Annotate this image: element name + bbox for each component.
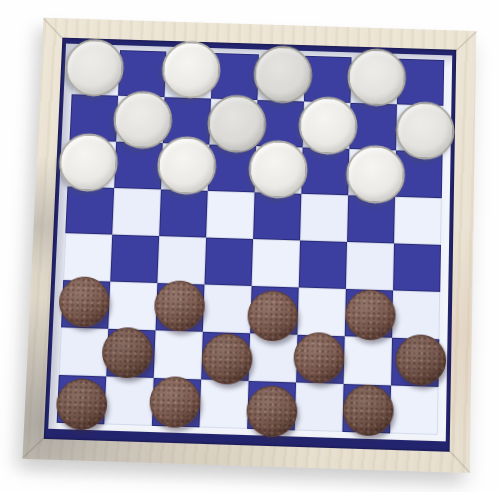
pieces-layer bbox=[57, 49, 445, 435]
checker-piece-white[interactable] bbox=[252, 45, 312, 104]
frame-miter-seam bbox=[43, 18, 63, 39]
checker-piece-brown[interactable] bbox=[245, 384, 297, 437]
checker-piece-white[interactable] bbox=[161, 40, 221, 99]
checker-piece-white[interactable] bbox=[206, 94, 266, 154]
frame-miter-seam bbox=[449, 451, 470, 473]
board-scene bbox=[22, 18, 476, 473]
product-photo bbox=[0, 0, 500, 492]
checker-piece-brown[interactable] bbox=[344, 288, 395, 340]
checker-piece-brown[interactable] bbox=[395, 333, 446, 385]
checker-piece-brown[interactable] bbox=[246, 289, 298, 341]
checker-piece-brown[interactable] bbox=[148, 375, 200, 428]
checker-piece-white[interactable] bbox=[247, 139, 307, 199]
checker-piece-brown[interactable] bbox=[201, 332, 253, 384]
checker-piece-white[interactable] bbox=[64, 38, 125, 97]
checker-piece-brown[interactable] bbox=[101, 326, 153, 378]
checker-piece-white[interactable] bbox=[298, 95, 358, 155]
checker-piece-brown[interactable] bbox=[55, 377, 108, 430]
frame-miter-seam bbox=[22, 438, 44, 459]
checker-piece-brown[interactable] bbox=[342, 383, 394, 436]
checker-piece-white[interactable] bbox=[156, 135, 217, 195]
wooden-frame bbox=[22, 18, 476, 473]
checker-piece-brown[interactable] bbox=[293, 331, 345, 383]
checker-piece-white[interactable] bbox=[57, 132, 118, 192]
board-mat bbox=[48, 44, 452, 442]
frame-miter-seam bbox=[456, 31, 477, 51]
board-border bbox=[44, 38, 457, 452]
checker-piece-brown[interactable] bbox=[153, 279, 205, 331]
checker-piece-white[interactable] bbox=[345, 144, 405, 204]
checker-piece-brown[interactable] bbox=[58, 275, 110, 327]
checker-piece-white[interactable] bbox=[346, 47, 406, 106]
checker-piece-white[interactable] bbox=[395, 100, 455, 160]
checker-piece-white[interactable] bbox=[112, 90, 173, 150]
